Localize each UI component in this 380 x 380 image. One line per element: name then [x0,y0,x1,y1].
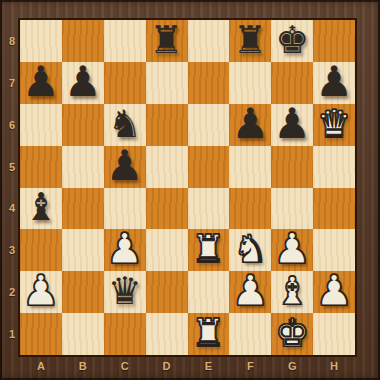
square-f3[interactable]: ♞ [229,229,271,271]
square-g1[interactable]: ♚ [271,313,313,355]
square-a3[interactable] [20,229,62,271]
black-knight-c6[interactable]: ♞ [108,105,142,143]
file-label-g: G [271,355,313,376]
white-pawn-c3[interactable]: ♟ [106,228,144,270]
square-g5[interactable] [271,146,313,188]
square-b3[interactable] [62,229,104,271]
square-e4[interactable] [188,188,230,230]
square-c1[interactable] [104,313,146,355]
square-e2[interactable] [188,271,230,313]
black-pawn-f6[interactable]: ♟ [231,103,269,145]
square-b5[interactable] [62,146,104,188]
square-d1[interactable] [146,313,188,355]
file-label-h: H [313,355,355,376]
square-d4[interactable] [146,188,188,230]
square-b2[interactable] [62,271,104,313]
square-e8[interactable] [188,20,230,62]
square-d5[interactable] [146,146,188,188]
square-h2[interactable]: ♟ [313,271,355,313]
rank-label-4: 4 [0,188,20,230]
square-a1[interactable] [20,313,62,355]
square-g8[interactable]: ♚ [271,20,313,62]
square-a7[interactable]: ♟ [20,62,62,104]
white-pawn-g3[interactable]: ♟ [273,228,311,270]
white-king-g1[interactable]: ♚ [275,314,309,352]
black-pawn-b7[interactable]: ♟ [64,61,102,103]
square-g7[interactable] [271,62,313,104]
file-label-d: D [146,355,188,376]
square-a4[interactable]: ♝ [20,188,62,230]
square-g4[interactable] [271,188,313,230]
square-h7[interactable]: ♟ [313,62,355,104]
rank-label-6: 6 [0,104,20,146]
chess-app: 87654321 ABCDEFGH ♜♜♚♟♟♟♞♟♟♛♟♝♟♜♞♟♟♛♟♝♟♜… [0,0,380,380]
square-h3[interactable] [313,229,355,271]
square-h5[interactable] [313,146,355,188]
square-f5[interactable] [229,146,271,188]
square-b4[interactable] [62,188,104,230]
rank-label-1: 1 [0,313,20,355]
rank-label-5: 5 [0,146,20,188]
square-e5[interactable] [188,146,230,188]
square-d7[interactable] [146,62,188,104]
square-e1[interactable]: ♜ [188,313,230,355]
square-f8[interactable]: ♜ [229,20,271,62]
square-d8[interactable]: ♜ [146,20,188,62]
square-c4[interactable] [104,188,146,230]
square-f2[interactable]: ♟ [229,271,271,313]
file-label-a: A [20,355,62,376]
square-f4[interactable] [229,188,271,230]
file-label-e: E [188,355,230,376]
square-c8[interactable] [104,20,146,62]
square-e6[interactable] [188,104,230,146]
white-knight-f3[interactable]: ♞ [233,230,267,268]
square-a6[interactable] [20,104,62,146]
white-bishop-g2[interactable]: ♝ [275,272,309,310]
square-b6[interactable] [62,104,104,146]
black-rook-d8[interactable]: ♜ [150,21,184,59]
square-h1[interactable] [313,313,355,355]
square-d3[interactable] [146,229,188,271]
black-pawn-a7[interactable]: ♟ [22,61,60,103]
file-labels: ABCDEFGH [20,355,355,376]
square-h6[interactable]: ♛ [313,104,355,146]
chess-board: ♜♜♚♟♟♟♞♟♟♛♟♝♟♜♞♟♟♛♟♝♟♜♚ [20,20,355,355]
square-c2[interactable]: ♛ [104,271,146,313]
square-g3[interactable]: ♟ [271,229,313,271]
rank-label-2: 2 [0,271,20,313]
square-f6[interactable]: ♟ [229,104,271,146]
file-label-f: F [229,355,271,376]
file-label-b: B [62,355,104,376]
black-queen-c2[interactable]: ♛ [108,272,142,310]
white-pawn-f2[interactable]: ♟ [231,270,269,312]
square-c6[interactable]: ♞ [104,104,146,146]
square-a2[interactable]: ♟ [20,271,62,313]
black-pawn-g6[interactable]: ♟ [273,103,311,145]
rank-label-8: 8 [0,20,20,62]
square-c3[interactable]: ♟ [104,229,146,271]
white-rook-e1[interactable]: ♜ [191,314,225,352]
square-c7[interactable] [104,62,146,104]
square-d6[interactable] [146,104,188,146]
square-b7[interactable]: ♟ [62,62,104,104]
rank-label-3: 3 [0,229,20,271]
square-g6[interactable]: ♟ [271,104,313,146]
square-h4[interactable] [313,188,355,230]
white-rook-e3[interactable]: ♜ [191,230,225,268]
white-pawn-a2[interactable]: ♟ [22,270,60,312]
black-bishop-a4[interactable]: ♝ [24,188,58,226]
square-h8[interactable] [313,20,355,62]
square-b8[interactable] [62,20,104,62]
square-c5[interactable]: ♟ [104,146,146,188]
square-g2[interactable]: ♝ [271,271,313,313]
square-a8[interactable] [20,20,62,62]
black-pawn-c5[interactable]: ♟ [106,145,144,187]
rank-label-7: 7 [0,62,20,104]
white-pawn-h2[interactable]: ♟ [315,270,353,312]
square-e7[interactable] [188,62,230,104]
square-d2[interactable] [146,271,188,313]
white-queen-h6[interactable]: ♛ [317,105,351,143]
square-e3[interactable]: ♜ [188,229,230,271]
black-rook-f8[interactable]: ♜ [233,21,267,59]
square-a5[interactable] [20,146,62,188]
square-b1[interactable] [62,313,104,355]
black-pawn-h7[interactable]: ♟ [315,61,353,103]
square-f1[interactable] [229,313,271,355]
file-label-c: C [104,355,146,376]
rank-labels: 87654321 [0,20,20,355]
black-king-g8[interactable]: ♚ [275,21,309,59]
square-f7[interactable] [229,62,271,104]
